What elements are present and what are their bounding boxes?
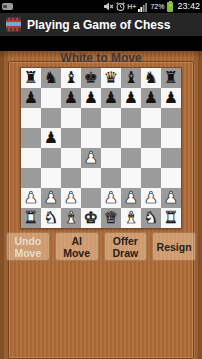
app-bar: Playing a Game of Chess [0, 13, 202, 36]
square-c8[interactable]: ♝ [61, 68, 81, 88]
white-knight: ♞ [44, 208, 58, 228]
square-d7[interactable]: ♟ [81, 88, 101, 108]
square-a6[interactable] [21, 108, 41, 128]
square-f3[interactable] [121, 168, 141, 188]
square-a8[interactable]: ♜ [21, 68, 41, 88]
square-d4[interactable]: ♟ [81, 148, 101, 168]
white-pawn: ♟ [24, 188, 38, 208]
white-pawn: ♟ [44, 188, 58, 208]
square-f1[interactable]: ♝ [121, 208, 141, 228]
signal-icon [138, 2, 148, 12]
square-g5[interactable] [141, 128, 161, 148]
mute-icon [104, 2, 114, 11]
status-bar-left [2, 3, 13, 10]
white-pawn: ♟ [64, 188, 78, 208]
action-button-row: Undo MoveAI MoveOffer DrawResign [6, 232, 196, 261]
network-hplus-icon: H+ [127, 2, 136, 11]
square-a3[interactable] [21, 168, 41, 188]
square-e7[interactable]: ♟ [101, 88, 121, 108]
square-c1[interactable]: ♝ [61, 208, 81, 228]
square-a7[interactable]: ♟ [21, 88, 41, 108]
white-queen: ♛ [104, 208, 118, 228]
resign-button[interactable]: Resign [152, 232, 196, 261]
black-bishop: ♝ [64, 68, 78, 88]
white-king: ♚ [84, 208, 98, 228]
black-rook: ♜ [24, 68, 38, 88]
square-h7[interactable]: ♟ [161, 88, 181, 108]
black-bishop: ♝ [124, 68, 138, 88]
storage-icon-notch [3, 5, 7, 8]
clock-label: 23:42 [177, 0, 200, 13]
white-bishop: ♝ [64, 208, 78, 228]
square-d5[interactable] [81, 128, 101, 148]
turn-indicator: White to Move [0, 51, 202, 65]
square-f6[interactable] [121, 108, 141, 128]
square-b2[interactable]: ♟ [41, 188, 61, 208]
square-f7[interactable]: ♟ [121, 88, 141, 108]
square-g1[interactable]: ♞ [141, 208, 161, 228]
square-b6[interactable] [41, 108, 61, 128]
square-e6[interactable] [101, 108, 121, 128]
black-pawn: ♟ [144, 88, 158, 108]
alarm-icon [116, 2, 125, 11]
square-d2[interactable] [81, 188, 101, 208]
square-g4[interactable] [141, 148, 161, 168]
black-queen: ♛ [104, 68, 118, 88]
square-h6[interactable] [161, 108, 181, 128]
undo-move-button[interactable]: Undo Move [6, 232, 50, 261]
black-pawn: ♟ [44, 128, 58, 148]
square-b7[interactable] [41, 88, 61, 108]
white-pawn: ♟ [144, 188, 158, 208]
black-knight: ♞ [144, 68, 158, 88]
white-bishop: ♝ [124, 208, 138, 228]
white-pawn: ♟ [104, 188, 118, 208]
phone-screen: H+ 72% 23:42 Playing a Game of Chess Whi… [0, 0, 202, 359]
square-c2[interactable]: ♟ [61, 188, 81, 208]
square-e8[interactable]: ♛ [101, 68, 121, 88]
square-b5[interactable]: ♟ [41, 128, 61, 148]
black-pawn: ♟ [124, 88, 138, 108]
square-f2[interactable]: ♟ [121, 188, 141, 208]
square-h5[interactable] [161, 128, 181, 148]
white-pawn: ♟ [164, 188, 178, 208]
white-knight: ♞ [144, 208, 158, 228]
game-area: White to Move ♜♞♝♚♛♝♞♜♟♟♟♟♟♟♟♟♟♟♟♟♟♟♟♟♜♞… [0, 51, 202, 359]
square-b1[interactable]: ♞ [41, 208, 61, 228]
white-pawn: ♟ [84, 148, 98, 168]
black-pawn: ♟ [24, 88, 38, 108]
status-bar: H+ 72% 23:42 [0, 0, 202, 13]
square-h3[interactable] [161, 168, 181, 188]
app-icon [6, 17, 21, 32]
storage-icon [2, 3, 13, 10]
square-e2[interactable]: ♟ [101, 188, 121, 208]
square-h8[interactable]: ♜ [161, 68, 181, 88]
status-bar-right: H+ 72% 23:42 [104, 0, 200, 13]
square-h2[interactable]: ♟ [161, 188, 181, 208]
black-pawn: ♟ [164, 88, 178, 108]
white-rook: ♜ [24, 208, 38, 228]
app-title: Playing a Game of Chess [27, 18, 170, 32]
square-g3[interactable] [141, 168, 161, 188]
battery-percent-label: 72% [150, 2, 164, 11]
square-c7[interactable]: ♟ [61, 88, 81, 108]
square-f4[interactable] [121, 148, 141, 168]
square-d6[interactable] [81, 108, 101, 128]
square-e1[interactable]: ♛ [101, 208, 121, 228]
square-g8[interactable]: ♞ [141, 68, 161, 88]
square-e3[interactable] [101, 168, 121, 188]
square-b4[interactable] [41, 148, 61, 168]
square-c5[interactable] [61, 128, 81, 148]
square-a5[interactable] [21, 128, 41, 148]
square-h4[interactable] [161, 148, 181, 168]
black-rook: ♜ [164, 68, 178, 88]
offer-draw-button[interactable]: Offer Draw [104, 232, 148, 261]
battery-icon [167, 2, 173, 12]
square-a1[interactable]: ♜ [21, 208, 41, 228]
black-king: ♚ [84, 68, 98, 88]
square-a2[interactable]: ♟ [21, 188, 41, 208]
square-f5[interactable] [121, 128, 141, 148]
square-g7[interactable]: ♟ [141, 88, 161, 108]
square-c6[interactable] [61, 108, 81, 128]
square-e5[interactable] [101, 128, 121, 148]
square-g6[interactable] [141, 108, 161, 128]
black-pawn: ♟ [104, 88, 118, 108]
ai-move-button[interactable]: AI Move [55, 232, 99, 261]
black-pawn: ♟ [84, 88, 98, 108]
square-a4[interactable] [21, 148, 41, 168]
square-g2[interactable]: ♟ [141, 188, 161, 208]
square-d3[interactable] [81, 168, 101, 188]
white-rook: ♜ [164, 208, 178, 228]
square-b3[interactable] [41, 168, 61, 188]
square-d8[interactable]: ♚ [81, 68, 101, 88]
square-c3[interactable] [61, 168, 81, 188]
square-e4[interactable] [101, 148, 121, 168]
square-d1[interactable]: ♚ [81, 208, 101, 228]
chess-board[interactable]: ♜♞♝♚♛♝♞♜♟♟♟♟♟♟♟♟♟♟♟♟♟♟♟♟♜♞♝♚♛♝♞♜ [20, 67, 182, 229]
black-knight: ♞ [44, 68, 58, 88]
white-pawn: ♟ [124, 188, 138, 208]
square-f8[interactable]: ♝ [121, 68, 141, 88]
black-pawn: ♟ [64, 88, 78, 108]
square-h1[interactable]: ♜ [161, 208, 181, 228]
square-c4[interactable] [61, 148, 81, 168]
square-b8[interactable]: ♞ [41, 68, 61, 88]
